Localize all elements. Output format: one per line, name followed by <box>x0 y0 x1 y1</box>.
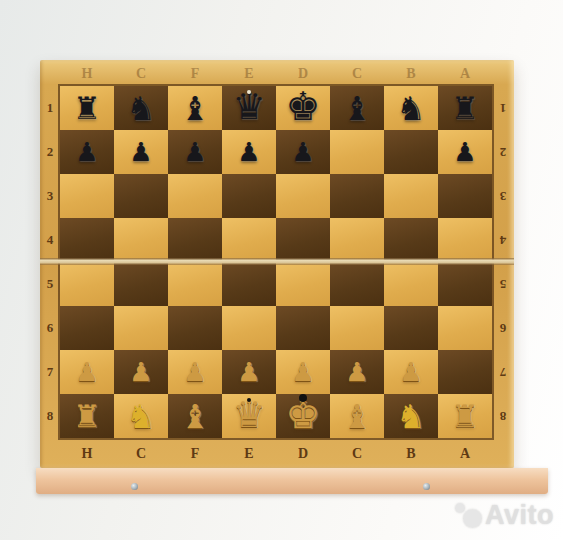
square-h1: ♜ <box>60 86 114 130</box>
file-label-h: H <box>60 440 114 468</box>
square-g4 <box>114 218 168 262</box>
rank-label-3: 3 <box>492 174 514 218</box>
square-g2: ♟ <box>114 130 168 174</box>
square-f7: ♟ <box>168 350 222 394</box>
square-h2: ♟ <box>60 130 114 174</box>
piece-white-bishop: ♝ <box>342 400 372 433</box>
square-a3 <box>438 174 492 218</box>
piece-white-pawn: ♟ <box>345 359 368 385</box>
square-f4 <box>168 218 222 262</box>
square-h6 <box>60 306 114 350</box>
piece-black-rook: ♜ <box>451 93 479 124</box>
piece-black-king: ♚ <box>286 87 321 126</box>
square-g6 <box>114 306 168 350</box>
rank-label-2: 2 <box>492 130 514 174</box>
rank-label-4: 4 <box>492 218 514 262</box>
rank-label-7: 7 <box>492 350 514 394</box>
square-h7: ♟ <box>60 350 114 394</box>
square-e1: ♛ <box>222 86 276 130</box>
piece-white-pawn: ♟ <box>75 359 98 385</box>
hinge-seam <box>40 258 514 265</box>
piece-black-knight: ♞ <box>126 92 156 125</box>
square-b3 <box>384 174 438 218</box>
piece-white-pawn: ♟ <box>129 359 152 385</box>
square-g8: ♞ <box>114 394 168 438</box>
finial-dot <box>247 398 251 402</box>
square-d1: ♚ <box>276 86 330 130</box>
square-c6 <box>330 306 384 350</box>
square-e6 <box>222 306 276 350</box>
rank-label-7: 7 <box>40 350 60 394</box>
square-h3 <box>60 174 114 218</box>
avito-watermark: Avito <box>448 497 558 539</box>
square-g1: ♞ <box>114 86 168 130</box>
square-c7: ♟ <box>330 350 384 394</box>
square-a1: ♜ <box>438 86 492 130</box>
file-labels-bottom: HCFEDCBA <box>60 440 492 468</box>
square-e4 <box>222 218 276 262</box>
piece-white-rook: ♜ <box>451 401 479 432</box>
piece-black-pawn: ♟ <box>237 139 260 165</box>
rank-label-5: 5 <box>492 262 514 306</box>
square-g3 <box>114 174 168 218</box>
file-label-e: E <box>222 440 276 468</box>
piece-white-pawn: ♟ <box>183 359 206 385</box>
square-c8: ♝ <box>330 394 384 438</box>
square-d4 <box>276 218 330 262</box>
square-f8: ♝ <box>168 394 222 438</box>
piece-white-pawn: ♟ <box>291 359 314 385</box>
square-f1: ♝ <box>168 86 222 130</box>
square-g5 <box>114 262 168 306</box>
file-label-c: C <box>330 63 384 85</box>
square-c5 <box>330 262 384 306</box>
file-label-a: A <box>438 63 492 85</box>
piece-white-pawn: ♟ <box>399 359 422 385</box>
square-b5 <box>384 262 438 306</box>
square-h8: ♜ <box>60 394 114 438</box>
square-a5 <box>438 262 492 306</box>
square-d3 <box>276 174 330 218</box>
square-f5 <box>168 262 222 306</box>
square-h4 <box>60 218 114 262</box>
square-e5 <box>222 262 276 306</box>
piece-black-pawn: ♟ <box>129 139 152 165</box>
rank-label-8: 8 <box>492 394 514 438</box>
rank-label-1: 1 <box>40 86 60 130</box>
square-a4 <box>438 218 492 262</box>
file-label-d: D <box>276 440 330 468</box>
rank-label-6: 6 <box>492 306 514 350</box>
chessboard: HCFEDCBA 12345678 ♜♞♝♛♚♝♞♜♟♟♟♟♟♟♟♟♟♟♟♟♟♜… <box>40 60 514 468</box>
square-c1: ♝ <box>330 86 384 130</box>
square-d2: ♟ <box>276 130 330 174</box>
hinge-screw <box>131 483 138 490</box>
square-f6 <box>168 306 222 350</box>
finial-dot <box>247 90 251 94</box>
hinge-screw <box>423 483 430 490</box>
piece-black-pawn: ♟ <box>291 139 314 165</box>
rank-label-5: 5 <box>40 262 60 306</box>
square-e2: ♟ <box>222 130 276 174</box>
square-c3 <box>330 174 384 218</box>
file-label-f: F <box>168 63 222 85</box>
rank-label-2: 2 <box>40 130 60 174</box>
square-a8: ♜ <box>438 394 492 438</box>
piece-white-knight: ♞ <box>396 400 426 433</box>
square-a6 <box>438 306 492 350</box>
square-e7: ♟ <box>222 350 276 394</box>
file-label-e: E <box>222 63 276 85</box>
square-e8: ♛ <box>222 394 276 438</box>
square-f2: ♟ <box>168 130 222 174</box>
square-b2 <box>384 130 438 174</box>
avito-logo-icon <box>455 503 465 513</box>
rank-label-3: 3 <box>40 174 60 218</box>
rank-label-4: 4 <box>40 218 60 262</box>
piece-black-pawn: ♟ <box>75 139 98 165</box>
piece-white-bishop: ♝ <box>180 400 210 433</box>
piece-black-bishop: ♝ <box>180 92 210 125</box>
square-b1: ♞ <box>384 86 438 130</box>
avito-logo-icon <box>463 509 482 528</box>
file-label-h: H <box>60 63 114 85</box>
rank-label-6: 6 <box>40 306 60 350</box>
square-b6 <box>384 306 438 350</box>
board-front-edge <box>36 468 548 494</box>
file-labels-top: HCFEDCBA <box>60 63 492 85</box>
square-c4 <box>330 218 384 262</box>
file-label-d: D <box>276 63 330 85</box>
piece-white-rook: ♜ <box>73 401 101 432</box>
piece-black-knight: ♞ <box>396 92 426 125</box>
piece-black-rook: ♜ <box>73 93 101 124</box>
square-b7: ♟ <box>384 350 438 394</box>
square-f3 <box>168 174 222 218</box>
square-d5 <box>276 262 330 306</box>
square-b8: ♞ <box>384 394 438 438</box>
rank-label-8: 8 <box>40 394 60 438</box>
avito-wordmark: Avito <box>485 500 554 531</box>
square-c2 <box>330 130 384 174</box>
square-d7: ♟ <box>276 350 330 394</box>
file-label-a: A <box>438 440 492 468</box>
square-g7: ♟ <box>114 350 168 394</box>
file-label-b: B <box>384 440 438 468</box>
piece-black-pawn: ♟ <box>453 139 476 165</box>
square-a2: ♟ <box>438 130 492 174</box>
file-label-c: C <box>114 63 168 85</box>
square-d8: ♚ <box>276 394 330 438</box>
square-d6 <box>276 306 330 350</box>
square-e3 <box>222 174 276 218</box>
piece-white-pawn: ♟ <box>237 359 260 385</box>
file-label-f: F <box>168 440 222 468</box>
rank-label-1: 1 <box>492 86 514 130</box>
file-label-c: C <box>330 440 384 468</box>
finial-dot <box>299 394 307 402</box>
piece-white-knight: ♞ <box>126 400 156 433</box>
piece-black-pawn: ♟ <box>183 139 206 165</box>
square-b4 <box>384 218 438 262</box>
square-a7 <box>438 350 492 394</box>
file-label-b: B <box>384 63 438 85</box>
piece-black-bishop: ♝ <box>342 92 372 125</box>
square-h5 <box>60 262 114 306</box>
file-label-c: C <box>114 440 168 468</box>
listing-photo: HCFEDCBA 12345678 ♜♞♝♛♚♝♞♜♟♟♟♟♟♟♟♟♟♟♟♟♟♜… <box>0 0 563 540</box>
